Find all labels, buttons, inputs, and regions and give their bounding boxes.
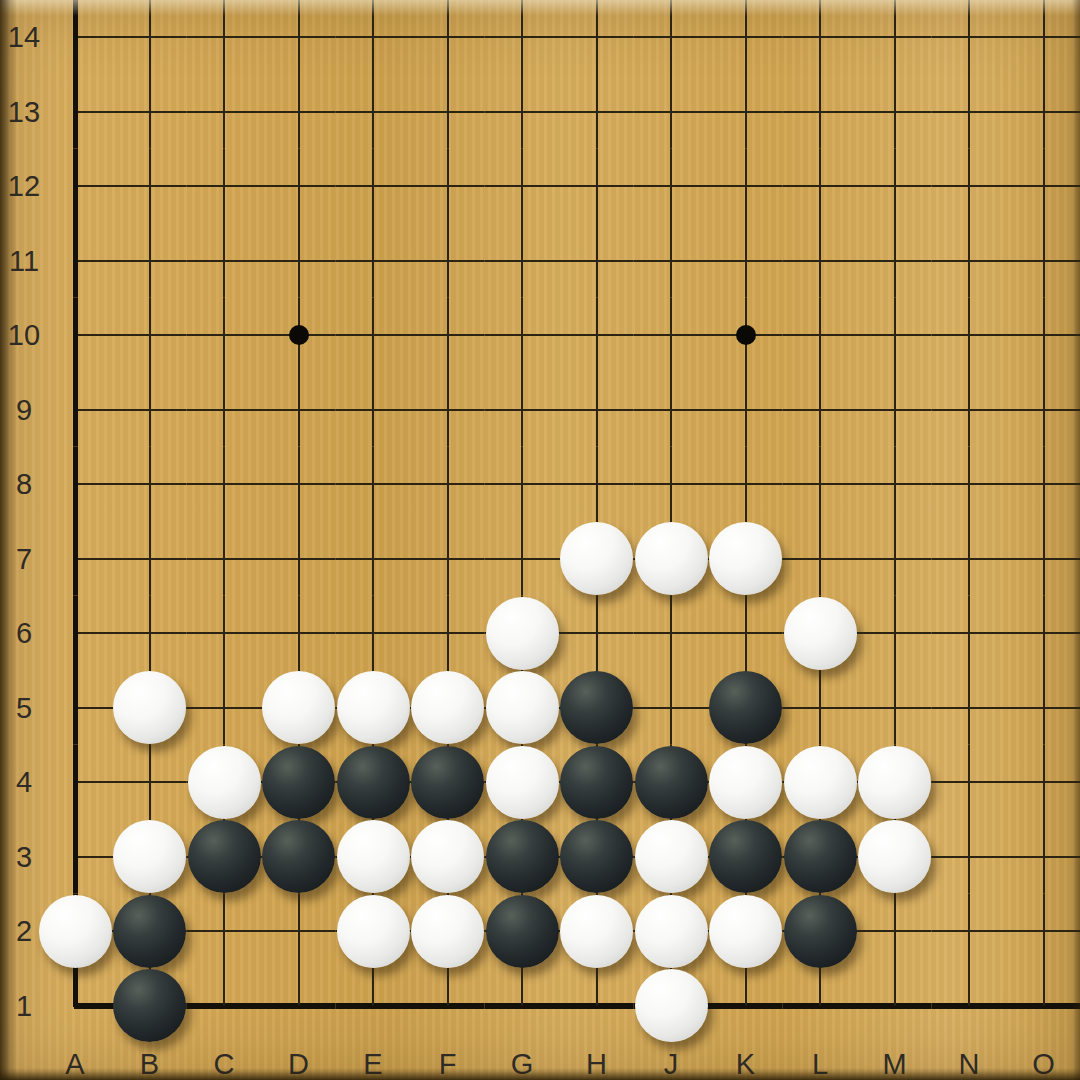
row-label-8: 8 <box>2 468 46 500</box>
intersection-H5[interactable] <box>559 670 634 745</box>
intersection-C7[interactable] <box>187 521 262 596</box>
intersection-B11[interactable] <box>112 223 187 298</box>
white-stone-J3 <box>635 820 708 893</box>
row-label-3: 3 <box>2 841 46 873</box>
intersection-E9[interactable] <box>336 372 411 447</box>
intersection-A2[interactable] <box>38 894 113 969</box>
intersection-G4[interactable] <box>485 745 560 820</box>
intersection-B8[interactable] <box>112 447 187 522</box>
intersection-L6[interactable] <box>783 596 858 671</box>
intersection-A12[interactable] <box>38 149 113 224</box>
intersection-D3[interactable] <box>261 819 336 894</box>
intersection-O8[interactable] <box>1006 447 1080 522</box>
black-stone-H3 <box>560 820 633 893</box>
intersection-O2[interactable] <box>1006 894 1080 969</box>
intersection-F4[interactable] <box>410 745 485 820</box>
white-stone-E3 <box>337 820 410 893</box>
intersection-H9[interactable] <box>559 372 634 447</box>
intersection-A4[interactable] <box>38 745 113 820</box>
intersection-E10[interactable] <box>336 298 411 373</box>
intersection-C4[interactable] <box>187 745 262 820</box>
intersection-G7[interactable] <box>485 521 560 596</box>
white-stone-J1 <box>635 969 708 1042</box>
intersection-D4[interactable] <box>261 745 336 820</box>
black-stone-K3 <box>709 820 782 893</box>
intersection-M7[interactable] <box>857 521 932 596</box>
col-label-L: L <box>798 1048 842 1080</box>
white-stone-F2 <box>411 895 484 968</box>
board-grid <box>38 0 1080 1043</box>
intersection-D14[interactable] <box>261 0 336 74</box>
col-label-N: N <box>947 1048 991 1080</box>
intersection-A8[interactable] <box>38 447 113 522</box>
intersection-M3[interactable] <box>857 819 932 894</box>
intersection-B2[interactable] <box>112 894 187 969</box>
intersection-M11[interactable] <box>857 223 932 298</box>
intersection-M8[interactable] <box>857 447 932 522</box>
row-label-11: 11 <box>2 245 46 277</box>
intersection-M14[interactable] <box>857 0 932 74</box>
intersection-K10[interactable] <box>708 298 783 373</box>
black-stone-G3 <box>486 820 559 893</box>
intersection-D10[interactable] <box>261 298 336 373</box>
black-stone-H4 <box>560 746 633 819</box>
intersection-K3[interactable] <box>708 819 783 894</box>
black-stone-E4 <box>337 746 410 819</box>
col-label-G: G <box>500 1048 544 1080</box>
black-stone-H5 <box>560 671 633 744</box>
intersection-L7[interactable] <box>783 521 858 596</box>
row-label-12: 12 <box>2 170 46 202</box>
intersection-E12[interactable] <box>336 149 411 224</box>
col-label-D: D <box>277 1048 321 1080</box>
col-label-A: A <box>53 1048 97 1080</box>
intersection-C8[interactable] <box>187 447 262 522</box>
intersection-D2[interactable] <box>261 894 336 969</box>
intersection-H2[interactable] <box>559 894 634 969</box>
black-stone-L3 <box>784 820 857 893</box>
intersection-K1[interactable] <box>708 968 783 1043</box>
intersection-F2[interactable] <box>410 894 485 969</box>
intersection-L8[interactable] <box>783 447 858 522</box>
intersection-B10[interactable] <box>112 298 187 373</box>
white-stone-E5 <box>337 671 410 744</box>
intersection-O1[interactable] <box>1006 968 1080 1043</box>
black-stone-B2 <box>113 895 186 968</box>
white-stone-K7 <box>709 522 782 595</box>
intersection-J14[interactable] <box>634 0 709 74</box>
white-stone-G6 <box>486 597 559 670</box>
white-stone-E2 <box>337 895 410 968</box>
intersection-A14[interactable] <box>38 0 113 74</box>
intersection-F10[interactable] <box>410 298 485 373</box>
col-label-C: C <box>202 1048 246 1080</box>
white-stone-F5 <box>411 671 484 744</box>
intersection-C3[interactable] <box>187 819 262 894</box>
row-label-5: 5 <box>2 692 46 724</box>
row-label-10: 10 <box>2 319 46 351</box>
intersection-A3[interactable] <box>38 819 113 894</box>
intersection-B3[interactable] <box>112 819 187 894</box>
intersection-H12[interactable] <box>559 149 634 224</box>
intersection-N9[interactable] <box>932 372 1007 447</box>
intersection-J7[interactable] <box>634 521 709 596</box>
intersection-D1[interactable] <box>261 968 336 1043</box>
intersection-O14[interactable] <box>1006 0 1080 74</box>
col-label-F: F <box>426 1048 470 1080</box>
intersection-O10[interactable] <box>1006 298 1080 373</box>
intersection-O5[interactable] <box>1006 670 1080 745</box>
star-point-K10 <box>736 325 756 345</box>
intersection-N5[interactable] <box>932 670 1007 745</box>
intersection-J6[interactable] <box>634 596 709 671</box>
intersection-J4[interactable] <box>634 745 709 820</box>
intersection-N12[interactable] <box>932 149 1007 224</box>
intersection-C2[interactable] <box>187 894 262 969</box>
intersection-G6[interactable] <box>485 596 560 671</box>
intersection-B4[interactable] <box>112 745 187 820</box>
intersection-M10[interactable] <box>857 298 932 373</box>
intersection-J2[interactable] <box>634 894 709 969</box>
intersection-F6[interactable] <box>410 596 485 671</box>
intersection-A13[interactable] <box>38 74 113 149</box>
intersection-A5[interactable] <box>38 670 113 745</box>
intersection-L1[interactable] <box>783 968 858 1043</box>
intersection-G2[interactable] <box>485 894 560 969</box>
intersection-O4[interactable] <box>1006 745 1080 820</box>
intersection-L4[interactable] <box>783 745 858 820</box>
intersection-L12[interactable] <box>783 149 858 224</box>
col-label-M: M <box>873 1048 917 1080</box>
intersection-F13[interactable] <box>410 74 485 149</box>
intersection-L14[interactable] <box>783 0 858 74</box>
intersection-E3[interactable] <box>336 819 411 894</box>
intersection-J12[interactable] <box>634 149 709 224</box>
intersection-H7[interactable] <box>559 521 634 596</box>
intersection-B13[interactable] <box>112 74 187 149</box>
intersection-A9[interactable] <box>38 372 113 447</box>
intersection-K8[interactable] <box>708 447 783 522</box>
intersection-N13[interactable] <box>932 74 1007 149</box>
intersection-L5[interactable] <box>783 670 858 745</box>
intersection-B1[interactable] <box>112 968 187 1043</box>
black-stone-D3 <box>262 820 335 893</box>
intersection-D9[interactable] <box>261 372 336 447</box>
intersection-G9[interactable] <box>485 372 560 447</box>
col-label-B: B <box>128 1048 172 1080</box>
intersection-K13[interactable] <box>708 74 783 149</box>
intersection-C5[interactable] <box>187 670 262 745</box>
intersection-D6[interactable] <box>261 596 336 671</box>
intersection-H13[interactable] <box>559 74 634 149</box>
intersection-J9[interactable] <box>634 372 709 447</box>
intersection-E7[interactable] <box>336 521 411 596</box>
intersection-B5[interactable] <box>112 670 187 745</box>
intersection-F9[interactable] <box>410 372 485 447</box>
intersection-N6[interactable] <box>932 596 1007 671</box>
intersection-O6[interactable] <box>1006 596 1080 671</box>
intersection-B12[interactable] <box>112 149 187 224</box>
intersection-J8[interactable] <box>634 447 709 522</box>
white-stone-A2 <box>39 895 112 968</box>
intersection-F11[interactable] <box>410 223 485 298</box>
intersection-G5[interactable] <box>485 670 560 745</box>
col-label-K: K <box>724 1048 768 1080</box>
intersection-A7[interactable] <box>38 521 113 596</box>
intersection-C10[interactable] <box>187 298 262 373</box>
intersection-J10[interactable] <box>634 298 709 373</box>
white-stone-L6 <box>784 597 857 670</box>
intersection-M12[interactable] <box>857 149 932 224</box>
intersection-F1[interactable] <box>410 968 485 1043</box>
intersection-H11[interactable] <box>559 223 634 298</box>
intersection-D8[interactable] <box>261 447 336 522</box>
intersection-K7[interactable] <box>708 521 783 596</box>
intersection-O3[interactable] <box>1006 819 1080 894</box>
intersection-E13[interactable] <box>336 74 411 149</box>
intersection-H8[interactable] <box>559 447 634 522</box>
intersection-H1[interactable] <box>559 968 634 1043</box>
intersection-M1[interactable] <box>857 968 932 1043</box>
col-label-O: O <box>1022 1048 1066 1080</box>
black-stone-F4 <box>411 746 484 819</box>
white-stone-M4 <box>858 746 931 819</box>
intersection-B9[interactable] <box>112 372 187 447</box>
intersection-M2[interactable] <box>857 894 932 969</box>
intersection-G1[interactable] <box>485 968 560 1043</box>
intersection-K9[interactable] <box>708 372 783 447</box>
intersection-G12[interactable] <box>485 149 560 224</box>
row-label-2: 2 <box>2 915 46 947</box>
intersection-E8[interactable] <box>336 447 411 522</box>
intersection-M5[interactable] <box>857 670 932 745</box>
row-label-7: 7 <box>2 543 46 575</box>
intersection-J1[interactable] <box>634 968 709 1043</box>
intersection-A11[interactable] <box>38 223 113 298</box>
intersection-F7[interactable] <box>410 521 485 596</box>
intersection-E2[interactable] <box>336 894 411 969</box>
intersection-H3[interactable] <box>559 819 634 894</box>
white-stone-L4 <box>784 746 857 819</box>
intersection-K14[interactable] <box>708 0 783 74</box>
white-stone-K2 <box>709 895 782 968</box>
intersection-G10[interactable] <box>485 298 560 373</box>
intersection-N10[interactable] <box>932 298 1007 373</box>
white-stone-H2 <box>560 895 633 968</box>
row-label-14: 14 <box>2 21 46 53</box>
white-stone-D5 <box>262 671 335 744</box>
white-stone-J2 <box>635 895 708 968</box>
intersection-M4[interactable] <box>857 745 932 820</box>
white-stone-F3 <box>411 820 484 893</box>
black-stone-K5 <box>709 671 782 744</box>
intersection-D5[interactable] <box>261 670 336 745</box>
go-board: 1413121110987654321 ABCDEFGHJKLMNO <box>0 0 1080 1080</box>
intersection-C6[interactable] <box>187 596 262 671</box>
intersection-L3[interactable] <box>783 819 858 894</box>
black-stone-D4 <box>262 746 335 819</box>
intersection-O13[interactable] <box>1006 74 1080 149</box>
black-stone-L2 <box>784 895 857 968</box>
intersection-L9[interactable] <box>783 372 858 447</box>
intersection-H10[interactable] <box>559 298 634 373</box>
intersection-K12[interactable] <box>708 149 783 224</box>
intersection-N1[interactable] <box>932 968 1007 1043</box>
black-stone-C3 <box>188 820 261 893</box>
intersection-C12[interactable] <box>187 149 262 224</box>
row-label-1: 1 <box>2 990 46 1022</box>
intersection-G8[interactable] <box>485 447 560 522</box>
intersection-J3[interactable] <box>634 819 709 894</box>
row-label-4: 4 <box>2 766 46 798</box>
intersection-G14[interactable] <box>485 0 560 74</box>
intersection-E4[interactable] <box>336 745 411 820</box>
intersection-E14[interactable] <box>336 0 411 74</box>
intersection-B14[interactable] <box>112 0 187 74</box>
intersection-G11[interactable] <box>485 223 560 298</box>
intersection-J13[interactable] <box>634 74 709 149</box>
white-stone-G4 <box>486 746 559 819</box>
intersection-A1[interactable] <box>38 968 113 1043</box>
intersection-N8[interactable] <box>932 447 1007 522</box>
intersection-O7[interactable] <box>1006 521 1080 596</box>
intersection-F5[interactable] <box>410 670 485 745</box>
intersection-H14[interactable] <box>559 0 634 74</box>
black-stone-B1 <box>113 969 186 1042</box>
intersection-O9[interactable] <box>1006 372 1080 447</box>
intersection-M9[interactable] <box>857 372 932 447</box>
intersection-K6[interactable] <box>708 596 783 671</box>
intersection-O12[interactable] <box>1006 149 1080 224</box>
row-label-9: 9 <box>2 394 46 426</box>
white-stone-K4 <box>709 746 782 819</box>
intersection-N11[interactable] <box>932 223 1007 298</box>
intersection-L13[interactable] <box>783 74 858 149</box>
intersection-L10[interactable] <box>783 298 858 373</box>
intersection-L11[interactable] <box>783 223 858 298</box>
intersection-B6[interactable] <box>112 596 187 671</box>
intersection-F3[interactable] <box>410 819 485 894</box>
intersection-G13[interactable] <box>485 74 560 149</box>
intersection-F12[interactable] <box>410 149 485 224</box>
intersection-E11[interactable] <box>336 223 411 298</box>
intersection-C9[interactable] <box>187 372 262 447</box>
intersection-K2[interactable] <box>708 894 783 969</box>
white-stone-J7 <box>635 522 708 595</box>
intersection-C1[interactable] <box>187 968 262 1043</box>
intersection-G3[interactable] <box>485 819 560 894</box>
col-label-H: H <box>575 1048 619 1080</box>
intersection-B7[interactable] <box>112 521 187 596</box>
intersection-A10[interactable] <box>38 298 113 373</box>
intersection-H6[interactable] <box>559 596 634 671</box>
intersection-J5[interactable] <box>634 670 709 745</box>
white-stone-B3 <box>113 820 186 893</box>
row-label-13: 13 <box>2 96 46 128</box>
intersection-M6[interactable] <box>857 596 932 671</box>
intersection-D11[interactable] <box>261 223 336 298</box>
intersection-N2[interactable] <box>932 894 1007 969</box>
intersection-C11[interactable] <box>187 223 262 298</box>
intersection-D13[interactable] <box>261 74 336 149</box>
intersection-F8[interactable] <box>410 447 485 522</box>
white-stone-B5 <box>113 671 186 744</box>
intersection-E6[interactable] <box>336 596 411 671</box>
white-stone-C4 <box>188 746 261 819</box>
intersection-O11[interactable] <box>1006 223 1080 298</box>
black-stone-G2 <box>486 895 559 968</box>
intersection-K4[interactable] <box>708 745 783 820</box>
intersection-N4[interactable] <box>932 745 1007 820</box>
intersection-L2[interactable] <box>783 894 858 969</box>
intersection-N14[interactable] <box>932 0 1007 74</box>
col-label-J: J <box>649 1048 693 1080</box>
intersection-F14[interactable] <box>410 0 485 74</box>
row-label-6: 6 <box>2 617 46 649</box>
col-label-E: E <box>351 1048 395 1080</box>
intersection-C13[interactable] <box>187 74 262 149</box>
intersection-C14[interactable] <box>187 0 262 74</box>
intersection-N3[interactable] <box>932 819 1007 894</box>
intersection-K11[interactable] <box>708 223 783 298</box>
intersection-E1[interactable] <box>336 968 411 1043</box>
intersection-D7[interactable] <box>261 521 336 596</box>
intersection-N7[interactable] <box>932 521 1007 596</box>
intersection-D12[interactable] <box>261 149 336 224</box>
intersection-M13[interactable] <box>857 74 932 149</box>
intersection-A6[interactable] <box>38 596 113 671</box>
intersection-H4[interactable] <box>559 745 634 820</box>
intersection-J11[interactable] <box>634 223 709 298</box>
intersection-K5[interactable] <box>708 670 783 745</box>
white-stone-H7 <box>560 522 633 595</box>
intersection-E5[interactable] <box>336 670 411 745</box>
white-stone-M3 <box>858 820 931 893</box>
star-point-D10 <box>289 325 309 345</box>
white-stone-G5 <box>486 671 559 744</box>
black-stone-J4 <box>635 746 708 819</box>
